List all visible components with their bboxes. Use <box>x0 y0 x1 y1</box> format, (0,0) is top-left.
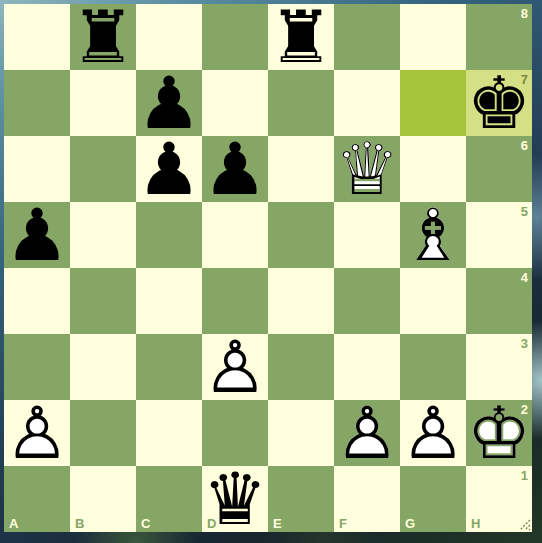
square-c3[interactable] <box>136 334 202 400</box>
square-g5[interactable]: ♝♗ <box>400 202 466 268</box>
square-f4[interactable] <box>334 268 400 334</box>
white-king[interactable]: ♚♔ <box>466 400 532 466</box>
square-f8[interactable] <box>334 4 400 70</box>
file-label-f: F <box>339 517 347 530</box>
square-a3[interactable] <box>4 334 70 400</box>
square-d2[interactable] <box>202 400 268 466</box>
rank-label-6: 6 <box>521 139 528 152</box>
chess-board: ♜♜8♟7♚♟♟♛♕6♟♝♗54♟♙3♟♙♟♙♟♙2♚♔ABCD♛EFG1H <box>4 4 532 532</box>
rank-label-3: 3 <box>521 337 528 350</box>
square-b3[interactable] <box>70 334 136 400</box>
square-c1[interactable]: C <box>136 466 202 532</box>
white-pawn-outline-glyph: ♙ <box>4 400 70 466</box>
square-b6[interactable] <box>70 136 136 202</box>
square-f1[interactable]: F <box>334 466 400 532</box>
square-b4[interactable] <box>70 268 136 334</box>
black-rook-glyph: ♜ <box>70 4 136 70</box>
black-pawn[interactable]: ♟ <box>202 136 268 202</box>
white-pawn-outline-glyph: ♙ <box>334 400 400 466</box>
black-king-glyph: ♚ <box>466 70 532 136</box>
square-h2[interactable]: 2♚♔ <box>466 400 532 466</box>
black-rook[interactable]: ♜ <box>70 4 136 70</box>
square-d1[interactable]: D♛ <box>202 466 268 532</box>
rank-label-5: 5 <box>521 205 528 218</box>
square-b2[interactable] <box>70 400 136 466</box>
square-a2[interactable]: ♟♙ <box>4 400 70 466</box>
square-e8[interactable]: ♜ <box>268 4 334 70</box>
square-e5[interactable] <box>268 202 334 268</box>
square-c6[interactable]: ♟ <box>136 136 202 202</box>
square-f5[interactable] <box>334 202 400 268</box>
square-g8[interactable] <box>400 4 466 70</box>
square-g3[interactable] <box>400 334 466 400</box>
square-d8[interactable] <box>202 4 268 70</box>
square-g6[interactable] <box>400 136 466 202</box>
square-b7[interactable] <box>70 70 136 136</box>
file-label-g: G <box>405 517 415 530</box>
square-d4[interactable] <box>202 268 268 334</box>
black-rook-glyph: ♜ <box>268 4 334 70</box>
square-d5[interactable] <box>202 202 268 268</box>
square-h7[interactable]: 7♚ <box>466 70 532 136</box>
black-king[interactable]: ♚ <box>466 70 532 136</box>
square-e2[interactable] <box>268 400 334 466</box>
square-c7[interactable]: ♟ <box>136 70 202 136</box>
square-b1[interactable]: B <box>70 466 136 532</box>
square-g7[interactable] <box>400 70 466 136</box>
square-a6[interactable] <box>4 136 70 202</box>
square-c8[interactable] <box>136 4 202 70</box>
square-f2[interactable]: ♟♙ <box>334 400 400 466</box>
white-bishop-outline-glyph: ♗ <box>400 202 466 268</box>
black-pawn-glyph: ♟ <box>136 70 202 136</box>
file-label-e: E <box>273 517 282 530</box>
square-d3[interactable]: ♟♙ <box>202 334 268 400</box>
page-background: ♜♜8♟7♚♟♟♛♕6♟♝♗54♟♙3♟♙♟♙♟♙2♚♔ABCD♛EFG1H <box>0 0 542 543</box>
white-pawn-glyph: ♟ <box>400 400 466 466</box>
square-e1[interactable]: E <box>268 466 334 532</box>
black-queen-glyph: ♛ <box>202 466 268 532</box>
square-b5[interactable] <box>70 202 136 268</box>
square-f7[interactable] <box>334 70 400 136</box>
square-e7[interactable] <box>268 70 334 136</box>
white-bishop-glyph: ♝ <box>400 202 466 268</box>
square-h6[interactable]: 6 <box>466 136 532 202</box>
white-pawn[interactable]: ♟♙ <box>400 400 466 466</box>
square-a5[interactable]: ♟ <box>4 202 70 268</box>
square-e4[interactable] <box>268 268 334 334</box>
square-h3[interactable]: 3 <box>466 334 532 400</box>
square-a7[interactable] <box>4 70 70 136</box>
square-c5[interactable] <box>136 202 202 268</box>
square-a8[interactable] <box>4 4 70 70</box>
white-queen[interactable]: ♛♕ <box>334 136 400 202</box>
black-pawn[interactable]: ♟ <box>136 70 202 136</box>
square-g2[interactable]: ♟♙ <box>400 400 466 466</box>
black-pawn-glyph: ♟ <box>4 202 70 268</box>
board-resize-handle[interactable] <box>516 516 531 531</box>
square-f3[interactable] <box>334 334 400 400</box>
square-g4[interactable] <box>400 268 466 334</box>
white-pawn-glyph: ♟ <box>334 400 400 466</box>
rank-label-4: 4 <box>521 271 528 284</box>
file-label-b: B <box>75 517 84 530</box>
black-queen[interactable]: ♛ <box>202 466 268 532</box>
file-label-h: H <box>471 517 480 530</box>
square-f6[interactable]: ♛♕ <box>334 136 400 202</box>
white-pawn-glyph: ♟ <box>4 400 70 466</box>
black-pawn-glyph: ♟ <box>202 136 268 202</box>
file-label-c: C <box>141 517 150 530</box>
square-c4[interactable] <box>136 268 202 334</box>
black-pawn[interactable]: ♟ <box>4 202 70 268</box>
white-king-outline-glyph: ♔ <box>466 400 532 466</box>
square-c2[interactable] <box>136 400 202 466</box>
white-pawn[interactable]: ♟♙ <box>202 334 268 400</box>
square-e6[interactable] <box>268 136 334 202</box>
square-h5[interactable]: 5 <box>466 202 532 268</box>
white-pawn-outline-glyph: ♙ <box>400 400 466 466</box>
square-e3[interactable] <box>268 334 334 400</box>
rank-label-1: 1 <box>521 469 528 482</box>
white-pawn-outline-glyph: ♙ <box>202 334 268 400</box>
file-label-a: A <box>9 517 18 530</box>
rank-label-8: 8 <box>521 7 528 20</box>
square-h4[interactable]: 4 <box>466 268 532 334</box>
square-a4[interactable] <box>4 268 70 334</box>
square-d6[interactable]: ♟ <box>202 136 268 202</box>
white-pawn-glyph: ♟ <box>202 334 268 400</box>
square-a1[interactable]: A <box>4 466 70 532</box>
white-bishop[interactable]: ♝♗ <box>400 202 466 268</box>
square-h1[interactable]: 1H <box>466 466 532 532</box>
white-pawn[interactable]: ♟♙ <box>334 400 400 466</box>
black-rook[interactable]: ♜ <box>268 4 334 70</box>
white-queen-outline-glyph: ♕ <box>334 136 400 202</box>
black-pawn-glyph: ♟ <box>136 136 202 202</box>
white-pawn[interactable]: ♟♙ <box>4 400 70 466</box>
square-g1[interactable]: G <box>400 466 466 532</box>
square-b8[interactable]: ♜ <box>70 4 136 70</box>
square-d7[interactable] <box>202 70 268 136</box>
square-h8[interactable]: 8 <box>466 4 532 70</box>
black-pawn[interactable]: ♟ <box>136 136 202 202</box>
white-king-glyph: ♚ <box>466 400 532 466</box>
white-queen-glyph: ♛ <box>334 136 400 202</box>
